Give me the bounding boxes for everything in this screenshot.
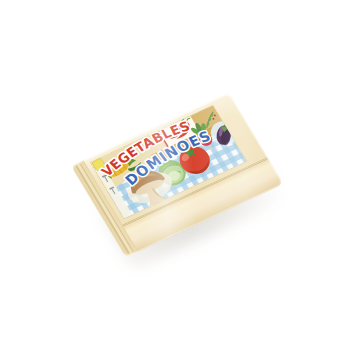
product-photo: VEGETABLES DOMINOES — [0, 0, 350, 350]
dominoes-box: VEGETABLES DOMINOES — [71, 93, 284, 258]
